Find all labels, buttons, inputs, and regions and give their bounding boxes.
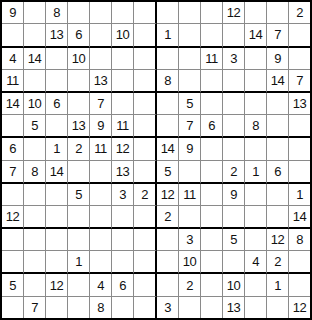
cell-r9c11: 9 <box>223 184 245 206</box>
cell-r9c9: 11 <box>179 184 201 206</box>
cell-r6c6: 11 <box>112 115 134 138</box>
cell-r4c1: 11 <box>2 70 24 93</box>
cell-r14c14: 12 <box>289 297 310 318</box>
cell-r8c9[interactable] <box>179 161 201 184</box>
cell-r11c10[interactable] <box>201 229 223 251</box>
cell-r6c14[interactable] <box>289 115 310 138</box>
cell-r11c9: 3 <box>179 229 201 251</box>
cell-r5c7[interactable] <box>134 93 157 115</box>
cell-r1c10[interactable] <box>201 2 223 24</box>
cell-r12c7[interactable] <box>134 251 157 274</box>
cell-r11c11: 5 <box>223 229 245 251</box>
cell-r8c2: 8 <box>24 161 46 184</box>
cell-r2c6: 10 <box>112 24 134 47</box>
cell-r2c11[interactable] <box>223 24 245 47</box>
cell-r12c3[interactable] <box>46 251 68 274</box>
cell-r10c2[interactable] <box>24 206 46 229</box>
cell-r9c2[interactable] <box>24 184 46 206</box>
cell-r14c11: 13 <box>223 297 245 318</box>
cell-r7c13[interactable] <box>267 138 289 160</box>
cell-r8c12: 1 <box>245 161 267 184</box>
cell-r9c7: 2 <box>134 184 157 206</box>
cell-r5c11[interactable] <box>223 93 245 115</box>
cell-r4c6[interactable] <box>112 70 134 93</box>
cell-r9c12[interactable] <box>245 184 267 206</box>
cell-r1c4[interactable] <box>68 2 90 24</box>
cell-r10c9[interactable] <box>179 206 201 229</box>
cell-r14c6[interactable] <box>112 297 134 318</box>
cell-r14c4[interactable] <box>68 297 90 318</box>
cell-r12c13: 2 <box>267 251 289 274</box>
cell-r14c5: 8 <box>90 297 112 318</box>
cell-r11c2[interactable] <box>24 229 46 251</box>
cell-r1c3: 8 <box>46 2 68 24</box>
cell-r10c7[interactable] <box>134 206 157 229</box>
cell-r11c14: 8 <box>289 229 310 251</box>
cell-r8c13: 6 <box>267 161 289 184</box>
cell-r8c5[interactable] <box>90 161 112 184</box>
cell-r3c10: 11 <box>201 48 223 70</box>
cell-r4c4[interactable] <box>68 70 90 93</box>
cell-r10c6[interactable] <box>112 206 134 229</box>
cell-r1c8[interactable] <box>157 2 179 24</box>
cell-r7c14[interactable] <box>289 138 310 160</box>
cell-r6c13[interactable] <box>267 115 289 138</box>
cell-r12c8[interactable] <box>157 251 179 274</box>
cell-r4c11[interactable] <box>223 70 245 93</box>
cell-r7c8: 14 <box>157 138 179 160</box>
cell-r2c9[interactable] <box>179 24 201 47</box>
cell-r7c9: 9 <box>179 138 201 160</box>
sudoku-board: 9812213610114741410113911138147141067513… <box>0 0 312 320</box>
cell-r9c5[interactable] <box>90 184 112 206</box>
cell-r2c1[interactable] <box>2 24 24 47</box>
cell-r3c12[interactable] <box>245 48 267 70</box>
cell-r6c3[interactable] <box>46 115 68 138</box>
cell-r6c7[interactable] <box>134 115 157 138</box>
cell-r10c11[interactable] <box>223 206 245 229</box>
cell-r9c8: 12 <box>157 184 179 206</box>
cell-r4c9[interactable] <box>179 70 201 93</box>
cell-r3c4: 10 <box>68 48 90 70</box>
cell-r11c13: 12 <box>267 229 289 251</box>
cell-r6c8[interactable] <box>157 115 179 138</box>
cell-r6c5: 9 <box>90 115 112 138</box>
cell-r6c1[interactable] <box>2 115 24 138</box>
cell-r14c8: 3 <box>157 297 179 318</box>
cell-r12c1[interactable] <box>2 251 24 274</box>
cell-r2c14[interactable] <box>289 24 310 47</box>
cell-r1c9[interactable] <box>179 2 201 24</box>
cell-r3c8[interactable] <box>157 48 179 70</box>
cell-r3c9[interactable] <box>179 48 201 70</box>
cell-r5c13[interactable] <box>267 93 289 115</box>
cell-r2c4: 6 <box>68 24 90 47</box>
cell-r6c11[interactable] <box>223 115 245 138</box>
cell-r14c2: 7 <box>24 297 46 318</box>
cell-r3c13: 9 <box>267 48 289 70</box>
cell-r13c9: 2 <box>179 274 201 296</box>
cell-r5c2: 10 <box>24 93 46 115</box>
cell-r11c6[interactable] <box>112 229 134 251</box>
cell-r2c3: 13 <box>46 24 68 47</box>
cell-r2c7[interactable] <box>134 24 157 47</box>
cell-r11c7[interactable] <box>134 229 157 251</box>
cell-r5c14: 13 <box>289 93 310 115</box>
cell-r14c9[interactable] <box>179 297 201 318</box>
cell-r11c5[interactable] <box>90 229 112 251</box>
cell-r12c6[interactable] <box>112 251 134 274</box>
cell-r2c10[interactable] <box>201 24 223 47</box>
cell-r9c13[interactable] <box>267 184 289 206</box>
cell-r7c3: 1 <box>46 138 68 160</box>
cell-r3c1: 4 <box>2 48 24 70</box>
cell-r13c12[interactable] <box>245 274 267 296</box>
cell-r4c7[interactable] <box>134 70 157 93</box>
cell-r12c14[interactable] <box>289 251 310 274</box>
cell-r14c12[interactable] <box>245 297 267 318</box>
cell-r13c14[interactable] <box>289 274 310 296</box>
cell-r12c12: 4 <box>245 251 267 274</box>
cell-r13c7[interactable] <box>134 274 157 296</box>
cell-r3c7[interactable] <box>134 48 157 70</box>
cell-r8c4[interactable] <box>68 161 90 184</box>
cell-r7c5: 11 <box>90 138 112 160</box>
cell-r1c1: 9 <box>2 2 24 24</box>
cell-r9c3[interactable] <box>46 184 68 206</box>
cell-r1c6[interactable] <box>112 2 134 24</box>
cell-r4c5: 13 <box>90 70 112 93</box>
cell-r13c8[interactable] <box>157 274 179 296</box>
cell-r8c8: 5 <box>157 161 179 184</box>
cell-r7c1: 6 <box>2 138 24 160</box>
cell-r6c2: 5 <box>24 115 46 138</box>
cell-r4c3[interactable] <box>46 70 68 93</box>
sudoku-page: 9812213610114741410113911138147141067513… <box>0 0 312 320</box>
cell-r5c5: 7 <box>90 93 112 115</box>
cell-r3c6[interactable] <box>112 48 134 70</box>
cell-r4c2[interactable] <box>24 70 46 93</box>
cell-r1c2[interactable] <box>24 2 46 24</box>
cell-r1c14: 2 <box>289 2 310 24</box>
cell-r6c4: 13 <box>68 115 90 138</box>
cell-r6c9: 7 <box>179 115 201 138</box>
cell-r1c11: 12 <box>223 2 245 24</box>
cell-r10c4[interactable] <box>68 206 90 229</box>
cell-r10c3[interactable] <box>46 206 68 229</box>
cell-r7c6: 12 <box>112 138 134 160</box>
cell-r11c1[interactable] <box>2 229 24 251</box>
cell-r14c3[interactable] <box>46 297 68 318</box>
cell-r4c10[interactable] <box>201 70 223 93</box>
cell-r10c13[interactable] <box>267 206 289 229</box>
cell-r10c1: 12 <box>2 206 24 229</box>
cell-r3c3[interactable] <box>46 48 68 70</box>
cell-r7c2[interactable] <box>24 138 46 160</box>
cell-r5c8[interactable] <box>157 93 179 115</box>
cell-r13c11: 10 <box>223 274 245 296</box>
cell-r5c12[interactable] <box>245 93 267 115</box>
cell-r5c6[interactable] <box>112 93 134 115</box>
cell-r7c12[interactable] <box>245 138 267 160</box>
cell-r12c4: 1 <box>68 251 90 274</box>
cell-r12c2[interactable] <box>24 251 46 274</box>
cell-r1c13[interactable] <box>267 2 289 24</box>
cell-r14c10[interactable] <box>201 297 223 318</box>
cell-r8c6: 13 <box>112 161 134 184</box>
cell-r1c12[interactable] <box>245 2 267 24</box>
cell-r2c8: 1 <box>157 24 179 47</box>
cell-r8c1: 7 <box>2 161 24 184</box>
cell-r9c1[interactable] <box>2 184 24 206</box>
cell-r2c5[interactable] <box>90 24 112 47</box>
cell-r8c3: 14 <box>46 161 68 184</box>
cell-r10c8: 2 <box>157 206 179 229</box>
cell-r9c4: 5 <box>68 184 90 206</box>
cell-r6c10: 6 <box>201 115 223 138</box>
cell-r4c12[interactable] <box>245 70 267 93</box>
cell-r5c10[interactable] <box>201 93 223 115</box>
cell-r10c12[interactable] <box>245 206 267 229</box>
cell-r7c10[interactable] <box>201 138 223 160</box>
cell-r11c4[interactable] <box>68 229 90 251</box>
cell-r5c4[interactable] <box>68 93 90 115</box>
cell-r13c1: 5 <box>2 274 24 296</box>
cell-r13c13: 1 <box>267 274 289 296</box>
cell-r12c11[interactable] <box>223 251 245 274</box>
cell-r13c2[interactable] <box>24 274 46 296</box>
cell-r8c14[interactable] <box>289 161 310 184</box>
cell-r13c5: 4 <box>90 274 112 296</box>
cell-r5c3: 6 <box>46 93 68 115</box>
cell-r14c7[interactable] <box>134 297 157 318</box>
cell-r4c13: 14 <box>267 70 289 93</box>
cell-r13c3: 12 <box>46 274 68 296</box>
cell-r11c3[interactable] <box>46 229 68 251</box>
cell-r7c11[interactable] <box>223 138 245 160</box>
cell-r8c11: 2 <box>223 161 245 184</box>
cell-r1c7[interactable] <box>134 2 157 24</box>
cell-r12c5[interactable] <box>90 251 112 274</box>
cell-r10c10[interactable] <box>201 206 223 229</box>
cell-r5c1: 14 <box>2 93 24 115</box>
cell-r7c4: 2 <box>68 138 90 160</box>
cell-r13c4[interactable] <box>68 274 90 296</box>
cell-r12c10[interactable] <box>201 251 223 274</box>
cell-r2c13: 7 <box>267 24 289 47</box>
cell-r3c11: 3 <box>223 48 245 70</box>
cell-r1c5[interactable] <box>90 2 112 24</box>
cell-r4c14: 7 <box>289 70 310 93</box>
cell-r14c1[interactable] <box>2 297 24 318</box>
cell-r13c10[interactable] <box>201 274 223 296</box>
cell-r14c13[interactable] <box>267 297 289 318</box>
cell-r11c8[interactable] <box>157 229 179 251</box>
cell-r10c14: 14 <box>289 206 310 229</box>
cell-r3c2: 14 <box>24 48 46 70</box>
cell-r3c5[interactable] <box>90 48 112 70</box>
cell-r6c12: 8 <box>245 115 267 138</box>
cell-r12c9: 10 <box>179 251 201 274</box>
cell-r11c12[interactable] <box>245 229 267 251</box>
cell-r2c2[interactable] <box>24 24 46 47</box>
cell-r8c7[interactable] <box>134 161 157 184</box>
cell-r13c6: 6 <box>112 274 134 296</box>
cell-r9c6: 3 <box>112 184 134 206</box>
cell-r7c7[interactable] <box>134 138 157 160</box>
cell-r5c9: 5 <box>179 93 201 115</box>
cell-r8c10[interactable] <box>201 161 223 184</box>
cell-r2c12: 14 <box>245 24 267 47</box>
cell-r9c14: 1 <box>289 184 310 206</box>
cell-r4c8: 8 <box>157 70 179 93</box>
cell-r3c14[interactable] <box>289 48 310 70</box>
cell-r10c5[interactable] <box>90 206 112 229</box>
cell-r9c10[interactable] <box>201 184 223 206</box>
